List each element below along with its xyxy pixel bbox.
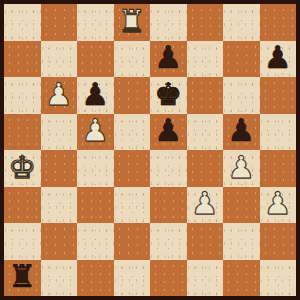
square-e2[interactable] [150, 223, 187, 260]
black-pawn[interactable]: ♟ [264, 42, 292, 73]
black-pawn[interactable]: ♟ [81, 79, 109, 110]
square-e3[interactable] [150, 187, 187, 224]
white-pawn[interactable]: ♟ [81, 115, 109, 146]
square-a3[interactable] [4, 187, 41, 224]
square-b6[interactable]: ♟ [41, 77, 78, 114]
black-pawn[interactable]: ♟ [154, 115, 182, 146]
square-c5[interactable]: ♟ [77, 114, 114, 151]
square-a6[interactable] [4, 77, 41, 114]
square-d3[interactable] [114, 187, 151, 224]
square-c8[interactable] [77, 4, 114, 41]
square-h6[interactable] [260, 77, 297, 114]
white-king[interactable]: ♚ [8, 152, 36, 183]
white-pawn[interactable]: ♟ [227, 152, 255, 183]
square-c2[interactable] [77, 223, 114, 260]
square-a8[interactable] [4, 4, 41, 41]
square-g3[interactable] [223, 187, 260, 224]
square-b7[interactable] [41, 41, 78, 78]
square-b4[interactable] [41, 150, 78, 187]
square-c3[interactable] [77, 187, 114, 224]
square-e7[interactable]: ♟ [150, 41, 187, 78]
square-h1[interactable] [260, 260, 297, 297]
square-e1[interactable] [150, 260, 187, 297]
square-e4[interactable] [150, 150, 187, 187]
square-d6[interactable] [114, 77, 151, 114]
square-h5[interactable] [260, 114, 297, 151]
square-a1[interactable]: ♜ [4, 260, 41, 297]
square-e5[interactable]: ♟ [150, 114, 187, 151]
square-b5[interactable] [41, 114, 78, 151]
square-h7[interactable]: ♟ [260, 41, 297, 78]
square-g7[interactable] [223, 41, 260, 78]
square-g4[interactable]: ♟ [223, 150, 260, 187]
square-d8[interactable]: ♜ [114, 4, 151, 41]
square-h4[interactable] [260, 150, 297, 187]
board-frame: ♜♟♟♟♟♚♟♟♟♚♟♟♟♜ [0, 0, 300, 300]
square-a5[interactable] [4, 114, 41, 151]
square-b3[interactable] [41, 187, 78, 224]
black-king[interactable]: ♚ [154, 79, 182, 110]
square-f1[interactable] [187, 260, 224, 297]
chess-board: ♜♟♟♟♟♚♟♟♟♚♟♟♟♜ [4, 4, 296, 296]
square-f7[interactable] [187, 41, 224, 78]
square-h3[interactable]: ♟ [260, 187, 297, 224]
square-d5[interactable] [114, 114, 151, 151]
square-f4[interactable] [187, 150, 224, 187]
black-pawn[interactable]: ♟ [227, 115, 255, 146]
square-g8[interactable] [223, 4, 260, 41]
white-pawn[interactable]: ♟ [45, 79, 73, 110]
square-b2[interactable] [41, 223, 78, 260]
square-c7[interactable] [77, 41, 114, 78]
square-h2[interactable] [260, 223, 297, 260]
square-h8[interactable] [260, 4, 297, 41]
square-a7[interactable] [4, 41, 41, 78]
square-f2[interactable] [187, 223, 224, 260]
square-a4[interactable]: ♚ [4, 150, 41, 187]
white-rook[interactable]: ♜ [118, 6, 146, 37]
black-rook[interactable]: ♜ [8, 261, 36, 292]
square-a2[interactable] [4, 223, 41, 260]
white-pawn[interactable]: ♟ [191, 188, 219, 219]
square-e6[interactable]: ♚ [150, 77, 187, 114]
square-f5[interactable] [187, 114, 224, 151]
square-g5[interactable]: ♟ [223, 114, 260, 151]
square-f6[interactable] [187, 77, 224, 114]
black-pawn[interactable]: ♟ [154, 42, 182, 73]
square-d4[interactable] [114, 150, 151, 187]
square-d7[interactable] [114, 41, 151, 78]
square-b8[interactable] [41, 4, 78, 41]
square-f3[interactable]: ♟ [187, 187, 224, 224]
square-c6[interactable]: ♟ [77, 77, 114, 114]
square-d1[interactable] [114, 260, 151, 297]
square-c4[interactable] [77, 150, 114, 187]
square-e8[interactable] [150, 4, 187, 41]
square-g6[interactable] [223, 77, 260, 114]
square-g2[interactable] [223, 223, 260, 260]
white-pawn[interactable]: ♟ [264, 188, 292, 219]
square-b1[interactable] [41, 260, 78, 297]
square-d2[interactable] [114, 223, 151, 260]
square-f8[interactable] [187, 4, 224, 41]
square-c1[interactable] [77, 260, 114, 297]
square-g1[interactable] [223, 260, 260, 297]
